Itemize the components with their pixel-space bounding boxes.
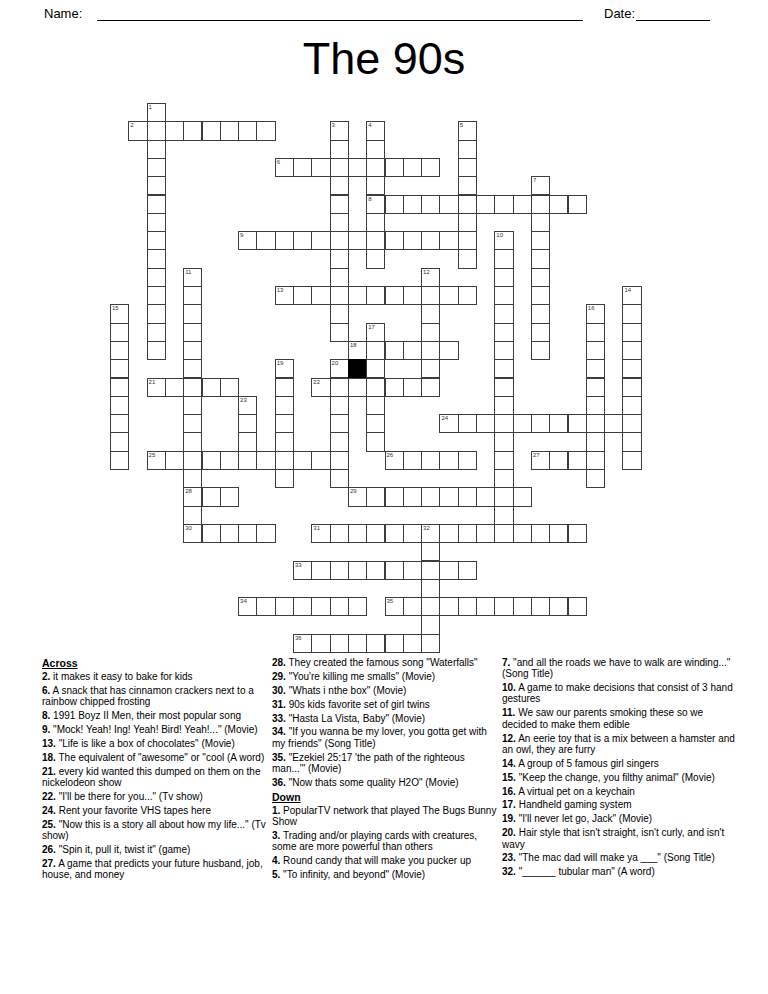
grid-cell xyxy=(549,414,568,433)
clue-number-label: 29. xyxy=(272,671,286,682)
cell-number: 19 xyxy=(277,360,284,367)
grid-cell xyxy=(110,451,129,470)
grid-cell xyxy=(403,634,422,653)
clue-down-23: 23. "The mac dad will make ya ___" (Song… xyxy=(502,852,738,863)
grid-cell xyxy=(110,323,129,342)
clue-number-label: 10. xyxy=(502,682,516,693)
grid-cell xyxy=(622,304,641,323)
grid-cell xyxy=(421,286,440,305)
grid-cell xyxy=(330,231,349,250)
grid-cell xyxy=(531,231,550,250)
clue-number-label: 6. xyxy=(42,685,50,696)
grid-cell xyxy=(494,195,513,214)
grid-cell xyxy=(147,158,166,177)
clue-down-1: 1. PopularTV network that played The Bug… xyxy=(272,805,500,828)
cell-number: 27 xyxy=(533,452,540,459)
clue-across-25: 25. "Now this is a story all about how m… xyxy=(42,819,266,842)
grid-cell xyxy=(385,195,404,214)
grid-cell xyxy=(238,121,257,140)
cell-number: 13 xyxy=(277,287,284,294)
grid-cell xyxy=(348,231,367,250)
grid-cell xyxy=(604,414,623,433)
grid-cell xyxy=(403,341,422,360)
cell-number: 14 xyxy=(624,287,631,294)
grid-cell xyxy=(494,304,513,323)
grid-cell xyxy=(622,359,641,378)
clue-across-34: 34. "If you wanna be my lover, you gotta… xyxy=(272,726,500,749)
grid-cell xyxy=(622,378,641,397)
grid-cell xyxy=(494,268,513,287)
clue-number-label: 24. xyxy=(42,805,56,816)
grid-cell xyxy=(458,286,477,305)
clue-across-30: 30. "Whats i nthe box" (Movie) xyxy=(272,685,500,696)
grid-cell: 9 xyxy=(238,231,257,250)
grid-cell xyxy=(531,286,550,305)
grid-cell xyxy=(513,597,532,616)
grid-cell: 22 xyxy=(311,378,330,397)
grid-cell xyxy=(385,378,404,397)
grid-cell xyxy=(403,195,422,214)
grid-cell xyxy=(458,195,477,214)
cell-number: 2 xyxy=(130,122,133,129)
clue-down-32: 32. "______ tubular man" (A word) xyxy=(502,866,738,877)
grid-cell: 19 xyxy=(275,359,294,378)
grid-cell xyxy=(330,432,349,451)
clue-down-4: 4. Round candy that will make you pucker… xyxy=(272,855,500,866)
grid-cell xyxy=(275,396,294,415)
clue-down-11: 11. We saw our parents smoking these so … xyxy=(502,707,738,730)
grid-cell xyxy=(385,158,404,177)
clue-down-17: 17. Handheld gaming system xyxy=(502,799,738,810)
grid-cell xyxy=(311,597,330,616)
grid-cell xyxy=(330,396,349,415)
grid-cell xyxy=(256,597,275,616)
grid-cell xyxy=(458,158,477,177)
clue-number-label: 15. xyxy=(502,772,516,783)
clues-column-middle: 28. They created the famous song "Waterf… xyxy=(272,657,500,883)
grid-cell: 34 xyxy=(238,597,257,616)
grid-cell xyxy=(622,451,641,470)
grid-cell xyxy=(366,231,385,250)
clue-down-3: 3. Trading and/or playing cards with cre… xyxy=(272,830,500,853)
clue-number-label: 25. xyxy=(42,819,56,830)
cell-number: 5 xyxy=(460,122,463,129)
grid-cell xyxy=(183,396,202,415)
cell-number: 3 xyxy=(332,122,335,129)
grid-cell xyxy=(220,378,239,397)
grid-cell xyxy=(366,286,385,305)
grid-cell xyxy=(421,304,440,323)
clue-number-label: 32. xyxy=(502,866,516,877)
grid-cell xyxy=(494,359,513,378)
grid-cell xyxy=(531,195,550,214)
grid-cell xyxy=(366,524,385,543)
grid-cell xyxy=(421,359,440,378)
grid-cell xyxy=(275,432,294,451)
grid-cell xyxy=(366,396,385,415)
date-label: Date: xyxy=(604,6,635,21)
grid-cell xyxy=(330,176,349,195)
clue-number-label: 28. xyxy=(272,657,286,668)
clue-number-label: 17. xyxy=(502,799,516,810)
cell-number: 22 xyxy=(313,379,320,386)
grid-cell xyxy=(531,414,550,433)
clue-across-28: 28. They created the famous song "Waterf… xyxy=(272,657,500,668)
grid-cell xyxy=(275,469,294,488)
clue-down-5: 5. "To infinity, and beyond" (Movie) xyxy=(272,869,500,880)
clue-across-6: 6. A snack that has cinnamon crackers ne… xyxy=(42,685,266,708)
grid-cell xyxy=(330,213,349,232)
grid-cell: 8 xyxy=(366,195,385,214)
grid-cell xyxy=(586,378,605,397)
clue-number-label: 4. xyxy=(272,855,280,866)
grid-cell xyxy=(366,249,385,268)
cell-number: 25 xyxy=(149,452,156,459)
grid-cell: 3 xyxy=(330,121,349,140)
grid-cell xyxy=(476,524,495,543)
grid-cell xyxy=(568,195,587,214)
cell-number: 31 xyxy=(313,525,320,532)
cell-number: 10 xyxy=(496,232,503,239)
grid-cell xyxy=(183,341,202,360)
grid-cell xyxy=(586,414,605,433)
clue-number-label: 19. xyxy=(502,813,516,824)
cell-number: 24 xyxy=(441,415,448,422)
grid-cell xyxy=(568,451,587,470)
grid-cell xyxy=(275,414,294,433)
cell-number: 34 xyxy=(240,598,247,605)
grid-cell xyxy=(549,451,568,470)
grid-cell: 29 xyxy=(348,487,367,506)
cell-number: 30 xyxy=(185,525,192,532)
grid-cell xyxy=(439,597,458,616)
clue-across-35: 35. "Ezekiel 25:17 'the path of the righ… xyxy=(272,752,500,775)
grid-cell xyxy=(293,158,312,177)
grid-cell: 21 xyxy=(147,378,166,397)
grid-cell xyxy=(513,414,532,433)
grid-cell xyxy=(586,359,605,378)
grid-cell xyxy=(183,304,202,323)
grid-cell xyxy=(494,597,513,616)
grid-cell xyxy=(238,414,257,433)
cell-number: 21 xyxy=(149,379,156,386)
clue-across-26: 26. "Spin it, pull it, twist it" (game) xyxy=(42,844,266,855)
grid-cell xyxy=(531,213,550,232)
grid-cell xyxy=(494,323,513,342)
grid-cell xyxy=(183,323,202,342)
clue-down-14: 14. A group of 5 famous girl singers xyxy=(502,758,738,769)
grid-cell: 4 xyxy=(366,121,385,140)
clue-number-label: 5. xyxy=(272,869,280,880)
grid-cell xyxy=(110,414,129,433)
grid-cell xyxy=(421,341,440,360)
grid-cell xyxy=(421,158,440,177)
grid-cell: 11 xyxy=(183,268,202,287)
grid-cell: 7 xyxy=(531,176,550,195)
grid-cell xyxy=(403,561,422,580)
clue-across-8: 8. 1991 Boyz II Men, their most popular … xyxy=(42,710,266,721)
name-blank-line xyxy=(97,4,583,21)
grid-cell xyxy=(202,524,221,543)
grid-cell xyxy=(183,414,202,433)
grid-cell xyxy=(458,249,477,268)
grid-cell xyxy=(421,561,440,580)
grid-cell: 5 xyxy=(458,121,477,140)
grid-cell xyxy=(586,323,605,342)
clue-number-label: 3. xyxy=(272,830,280,841)
grid-cell xyxy=(256,524,275,543)
grid-cell xyxy=(330,634,349,653)
grid-cell xyxy=(421,542,440,561)
grid-cell xyxy=(403,524,422,543)
grid-cell xyxy=(275,597,294,616)
grid-cell xyxy=(366,176,385,195)
grid-cell xyxy=(110,359,129,378)
clue-number-label: 1. xyxy=(272,805,280,816)
grid-cell xyxy=(421,231,440,250)
clue-number-label: 2. xyxy=(42,671,50,682)
grid-cell xyxy=(421,195,440,214)
grid-cell xyxy=(568,597,587,616)
grid-cell xyxy=(330,249,349,268)
grid-cell xyxy=(330,140,349,159)
grid-cell xyxy=(183,506,202,525)
grid-cell xyxy=(531,304,550,323)
cell-number: 36 xyxy=(295,635,302,642)
grid-cell xyxy=(586,396,605,415)
grid-cell xyxy=(494,341,513,360)
grid-cell xyxy=(439,231,458,250)
grid-cell xyxy=(622,396,641,415)
grid-cell xyxy=(494,432,513,451)
clues-column-down: 7. "and all the roads we have to walk ar… xyxy=(502,657,738,880)
grid-cell: 35 xyxy=(385,597,404,616)
clue-down-20: 20. Hair style that isn't straight, isn'… xyxy=(502,827,738,850)
grid-cell xyxy=(147,231,166,250)
grid-cell xyxy=(421,487,440,506)
cell-number: 7 xyxy=(533,177,536,184)
clue-down-10: 10. A game to make decisions that consis… xyxy=(502,682,738,705)
grid-cell xyxy=(147,323,166,342)
grid-cell xyxy=(421,597,440,616)
grid-cell xyxy=(421,378,440,397)
cell-number: 29 xyxy=(350,488,357,495)
grid-cell: 14 xyxy=(622,286,641,305)
grid-cell xyxy=(458,487,477,506)
clue-across-13: 13. "Life is like a box of chocolates" (… xyxy=(42,738,266,749)
grid-cell xyxy=(330,524,349,543)
grid-cell xyxy=(311,286,330,305)
grid-cell xyxy=(476,487,495,506)
grid-cell: 26 xyxy=(385,451,404,470)
grid-cell xyxy=(183,469,202,488)
grid-cell: 6 xyxy=(275,158,294,177)
cell-number: 20 xyxy=(332,360,339,367)
grid-cell xyxy=(202,121,221,140)
grid-cell: 2 xyxy=(128,121,147,140)
clue-number-label: 31. xyxy=(272,699,286,710)
grid-cell xyxy=(147,140,166,159)
clue-number-label: 7. xyxy=(502,657,510,668)
grid-cell: 30 xyxy=(183,524,202,543)
grid-cell xyxy=(256,451,275,470)
cell-number: 18 xyxy=(350,342,357,349)
grid-cell xyxy=(586,451,605,470)
grid-cell xyxy=(183,286,202,305)
grid-cell xyxy=(366,140,385,159)
grid-cell xyxy=(311,158,330,177)
clue-down-19: 19. "I'll never let go, Jack" (Movie) xyxy=(502,813,738,824)
cell-number: 17 xyxy=(368,324,375,331)
grid-cell xyxy=(366,561,385,580)
clue-number-label: 33. xyxy=(272,713,286,724)
cell-number: 28 xyxy=(185,488,192,495)
grid-cell xyxy=(385,561,404,580)
grid-cell xyxy=(238,432,257,451)
grid-cell xyxy=(311,451,330,470)
grid-cell xyxy=(147,213,166,232)
grid-cell xyxy=(220,121,239,140)
clue-down-16: 16. A virtual pet on a keychain xyxy=(502,786,738,797)
cell-number: 1 xyxy=(149,104,152,111)
clue-across-31: 31. 90s kids favorite set of girl twins xyxy=(272,699,500,710)
grid-cell: 33 xyxy=(293,561,312,580)
grid-cell xyxy=(421,579,440,598)
grid-cell xyxy=(622,414,641,433)
grid-cell xyxy=(513,195,532,214)
clue-across-36: 36. "Now thats some quality H2O" (Movie) xyxy=(272,777,500,788)
grid-cell xyxy=(110,432,129,451)
grid-cell xyxy=(586,469,605,488)
grid-cell xyxy=(183,121,202,140)
grid-cell xyxy=(293,451,312,470)
grid-cell xyxy=(458,231,477,250)
grid-cell xyxy=(439,451,458,470)
grid-cell xyxy=(366,359,385,378)
grid-cell xyxy=(549,597,568,616)
grid-cell: 24 xyxy=(439,414,458,433)
grid-cell xyxy=(348,524,367,543)
grid-cell xyxy=(622,432,641,451)
grid-cell xyxy=(458,561,477,580)
grid-cell xyxy=(293,597,312,616)
grid-cell xyxy=(494,378,513,397)
grid-cell xyxy=(403,158,422,177)
grid-cell xyxy=(366,378,385,397)
clue-number-label: 34. xyxy=(272,726,286,737)
grid-cell xyxy=(366,487,385,506)
grid-cell xyxy=(366,341,385,360)
grid-cell xyxy=(513,487,532,506)
grid-cell xyxy=(110,341,129,360)
clue-across-27: 27. A game that predicts your future hus… xyxy=(42,858,266,881)
grid-cell: 32 xyxy=(421,524,440,543)
clue-number-label: 12. xyxy=(502,733,516,744)
grid-cell xyxy=(330,451,349,470)
clue-number-label: 27. xyxy=(42,858,56,869)
grid-cell xyxy=(330,597,349,616)
grid-cell xyxy=(531,597,550,616)
grid-cell xyxy=(183,359,202,378)
grid-cell: 25 xyxy=(147,451,166,470)
grid-cell xyxy=(348,286,367,305)
grid-cell xyxy=(439,286,458,305)
clue-across-9: 9. "Mock! Yeah! Ing! Yeah! Bird! Yeah!..… xyxy=(42,724,266,735)
grid-cell xyxy=(147,268,166,287)
grid-cell xyxy=(568,524,587,543)
cell-number: 12 xyxy=(423,269,430,276)
grid-cell xyxy=(110,396,129,415)
grid-cell xyxy=(330,268,349,287)
grid-cell: 36 xyxy=(293,634,312,653)
cell-number: 9 xyxy=(240,232,243,239)
grid-cell xyxy=(311,231,330,250)
grid-cell: 18 xyxy=(348,341,367,360)
clue-number-label: 20. xyxy=(502,827,516,838)
grid-cell xyxy=(183,451,202,470)
grid-cell xyxy=(531,323,550,342)
grid-cell xyxy=(183,378,202,397)
grid-cell: 13 xyxy=(275,286,294,305)
grid-cell xyxy=(403,286,422,305)
cell-number: 11 xyxy=(185,269,191,276)
grid-cell xyxy=(476,597,495,616)
grid-cell xyxy=(549,524,568,543)
grid-cell xyxy=(385,634,404,653)
clue-number-label: 21. xyxy=(42,766,56,777)
clue-across-29: 29. "You're killing me smalls" (Movie) xyxy=(272,671,500,682)
grid-cell xyxy=(421,634,440,653)
clue-number-label: 35. xyxy=(272,752,286,763)
grid-cell xyxy=(403,378,422,397)
grid-cell xyxy=(458,176,477,195)
clue-across-33: 33. "Hasta La Vista, Baby" (Movie) xyxy=(272,713,500,724)
clue-down-15: 15. "Keep the change, you filthy animal"… xyxy=(502,772,738,783)
grid-cell xyxy=(147,341,166,360)
grid-cell xyxy=(531,341,550,360)
grid-cell xyxy=(220,524,239,543)
clue-down-7: 7. "and all the roads we have to walk ar… xyxy=(502,657,738,680)
grid-cell: 23 xyxy=(238,396,257,415)
grid-cell xyxy=(147,286,166,305)
grid-cell xyxy=(494,414,513,433)
clue-number-label: 30. xyxy=(272,685,286,696)
grid-cell xyxy=(494,396,513,415)
name-label: Name: xyxy=(44,6,82,21)
grid-cell xyxy=(439,561,458,580)
grid-cell xyxy=(183,432,202,451)
grid-cell xyxy=(110,378,129,397)
grid-cell xyxy=(494,286,513,305)
grid-cell xyxy=(330,323,349,342)
crossword-worksheet: { "game": "crossword", "title": "The 90s… xyxy=(0,0,768,994)
grid-cell xyxy=(275,451,294,470)
clue-number-label: 36. xyxy=(272,777,286,788)
grid-cell xyxy=(366,213,385,232)
grid-cell xyxy=(330,378,349,397)
grid-cell xyxy=(421,323,440,342)
clue-across-24: 24. Rent your favorite VHS tapes here xyxy=(42,805,266,816)
grid-cell xyxy=(366,634,385,653)
grid-cell xyxy=(348,634,367,653)
clue-number-label: 26. xyxy=(42,844,56,855)
grid-cell: 15 xyxy=(110,304,129,323)
cell-number: 8 xyxy=(368,196,371,203)
clue-number-label: 22. xyxy=(42,791,56,802)
grid-cell xyxy=(531,268,550,287)
page-title: The 90s xyxy=(0,33,768,85)
grid-cell xyxy=(366,414,385,433)
